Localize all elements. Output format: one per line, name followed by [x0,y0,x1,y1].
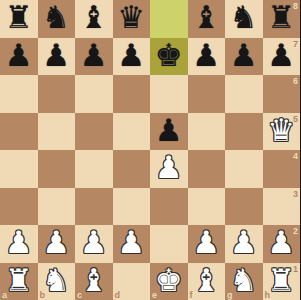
white-pawn[interactable]: ♟ [267,227,295,258]
square-e5[interactable]: ♟ [150,113,188,151]
square-e4[interactable]: ♟ [150,150,188,188]
square-g5[interactable] [225,113,263,151]
square-h6[interactable]: 6 [263,75,301,113]
white-pawn[interactable]: ♟ [155,152,183,183]
square-d1[interactable]: d [113,263,151,300]
square-f4[interactable] [188,150,226,188]
square-b3[interactable] [38,188,76,226]
square-g6[interactable] [225,75,263,113]
square-h4[interactable]: 4 [263,150,301,188]
square-h8[interactable]: ♜8 [263,0,301,38]
square-c6[interactable] [75,75,113,113]
square-e3[interactable] [150,188,188,226]
square-a8[interactable]: ♜ [0,0,38,38]
white-rook[interactable]: ♜ [5,265,33,296]
square-a4[interactable] [0,150,38,188]
rank-label-4: 4 [293,151,298,161]
square-c4[interactable] [75,150,113,188]
square-g1[interactable]: ♞g [225,263,263,300]
square-b6[interactable] [38,75,76,113]
rank-label-3: 3 [293,189,298,199]
square-f6[interactable] [188,75,226,113]
square-a6[interactable] [0,75,38,113]
square-c1[interactable]: ♝c [75,263,113,300]
square-b1[interactable]: ♞b [38,263,76,300]
square-e8[interactable] [150,0,188,38]
black-knight[interactable]: ♞ [42,2,70,33]
square-b7[interactable]: ♟ [38,38,76,76]
square-d8[interactable]: ♛ [113,0,151,38]
square-b2[interactable]: ♟ [38,225,76,263]
square-e6[interactable] [150,75,188,113]
white-pawn[interactable]: ♟ [42,227,70,258]
square-c2[interactable]: ♟ [75,225,113,263]
black-king[interactable]: ♚ [155,40,183,71]
square-b5[interactable] [38,113,76,151]
square-c8[interactable]: ♝ [75,0,113,38]
square-h5[interactable]: ♛5 [263,113,301,151]
square-b8[interactable]: ♞ [38,0,76,38]
square-g3[interactable] [225,188,263,226]
square-a7[interactable]: ♟ [0,38,38,76]
square-d4[interactable] [113,150,151,188]
square-g8[interactable]: ♞ [225,0,263,38]
black-pawn[interactable]: ♟ [192,40,220,71]
square-e1[interactable]: ♚e [150,263,188,300]
square-f1[interactable]: ♝f [188,263,226,300]
black-rook[interactable]: ♜ [5,2,33,33]
square-f2[interactable]: ♟ [188,225,226,263]
rank-label-6: 6 [293,76,298,86]
square-c7[interactable]: ♟ [75,38,113,76]
white-pawn[interactable]: ♟ [5,227,33,258]
black-bishop[interactable]: ♝ [80,2,108,33]
square-h2[interactable]: ♟2 [263,225,301,263]
white-knight[interactable]: ♞ [230,265,258,296]
file-label-d: d [115,290,121,300]
black-pawn[interactable]: ♟ [117,40,145,71]
white-pawn[interactable]: ♟ [80,227,108,258]
square-f7[interactable]: ♟ [188,38,226,76]
white-pawn[interactable]: ♟ [117,227,145,258]
white-pawn[interactable]: ♟ [192,227,220,258]
black-pawn[interactable]: ♟ [155,115,183,146]
white-rook[interactable]: ♜ [267,265,295,296]
square-f5[interactable] [188,113,226,151]
black-pawn[interactable]: ♟ [267,40,295,71]
square-a2[interactable]: ♟ [0,225,38,263]
black-pawn[interactable]: ♟ [230,40,258,71]
square-g2[interactable]: ♟ [225,225,263,263]
square-d6[interactable] [113,75,151,113]
square-h1[interactable]: ♜1h [263,263,301,300]
square-e7[interactable]: ♚ [150,38,188,76]
chess-board[interactable]: ♜♞♝♛♝♞♜8♟♟♟♟♚♟♟♟76♟♛5♟43♟♟♟♟♟♟♟2♜a♞b♝cd♚… [0,0,300,300]
square-e2[interactable] [150,225,188,263]
black-pawn[interactable]: ♟ [42,40,70,71]
white-bishop[interactable]: ♝ [80,265,108,296]
square-a1[interactable]: ♜a [0,263,38,300]
white-knight[interactable]: ♞ [42,265,70,296]
black-pawn[interactable]: ♟ [80,40,108,71]
white-queen[interactable]: ♛ [267,115,295,146]
black-rook[interactable]: ♜ [267,2,295,33]
square-h7[interactable]: ♟7 [263,38,301,76]
black-bishop[interactable]: ♝ [192,2,220,33]
square-f8[interactable]: ♝ [188,0,226,38]
square-c3[interactable] [75,188,113,226]
square-c5[interactable] [75,113,113,151]
square-b4[interactable] [38,150,76,188]
square-f3[interactable] [188,188,226,226]
square-d5[interactable] [113,113,151,151]
black-knight[interactable]: ♞ [230,2,258,33]
black-pawn[interactable]: ♟ [5,40,33,71]
white-king[interactable]: ♚ [155,265,183,296]
white-pawn[interactable]: ♟ [230,227,258,258]
black-queen[interactable]: ♛ [117,2,145,33]
square-g4[interactable] [225,150,263,188]
white-bishop[interactable]: ♝ [192,265,220,296]
square-d7[interactable]: ♟ [113,38,151,76]
square-d2[interactable]: ♟ [113,225,151,263]
square-g7[interactable]: ♟ [225,38,263,76]
square-h3[interactable]: 3 [263,188,301,226]
square-a3[interactable] [0,188,38,226]
square-d3[interactable] [113,188,151,226]
square-a5[interactable] [0,113,38,151]
